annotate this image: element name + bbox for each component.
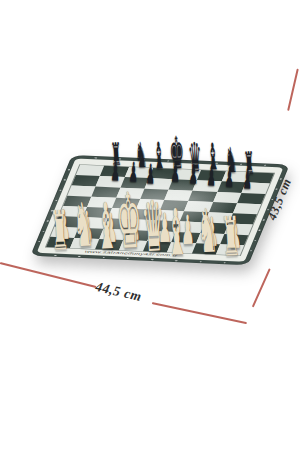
- width-dimension-line-left: [0, 262, 96, 287]
- board-coordinate-mark: [167, 160, 170, 161]
- height-dimension-line-top: [288, 69, 299, 111]
- board-coordinate-mark: [42, 231, 45, 232]
- board-coordinate-mark: [223, 262, 226, 263]
- board-coordinate-mark: [215, 162, 218, 163]
- board-coordinate-mark: [249, 250, 252, 251]
- board-coordinate-mark: [63, 179, 66, 180]
- board-coordinate-mark: [240, 164, 243, 165]
- board-coordinate-mark: [126, 258, 129, 259]
- board-coordinate-mark: [258, 230, 261, 231]
- board-coordinate-mark: [254, 240, 257, 241]
- board-coordinate-mark: [151, 259, 154, 260]
- board-coordinate-mark: [143, 159, 146, 160]
- board-grid: [46, 165, 274, 256]
- chess-board: www.satrancdunyasi.com.tr: [30, 155, 290, 265]
- board-coordinate-mark: [199, 261, 202, 262]
- width-dimension-line-right: [152, 302, 247, 324]
- board-coordinate-mark: [67, 169, 70, 170]
- board-coordinate-mark: [102, 257, 105, 258]
- height-dimension-line-bottom: [252, 268, 271, 307]
- board-coordinate-mark: [59, 190, 62, 191]
- board-coordinate-mark: [46, 220, 49, 221]
- board-coordinate-mark: [78, 256, 81, 257]
- board-coordinate-mark: [94, 157, 97, 158]
- board-square: [216, 244, 244, 255]
- product-photo: www.satrancdunyasi.com.tr ♜♞♝♚♛♝♞♜♟♟♟♟♟♟…: [0, 0, 300, 450]
- board-coordinate-mark: [191, 161, 194, 162]
- board-coordinate-mark: [54, 255, 57, 256]
- width-dimension-label: 44,5 cm: [94, 279, 143, 305]
- board-mat: www.satrancdunyasi.com.tr: [30, 155, 290, 265]
- board-coordinate-mark: [175, 260, 178, 261]
- board-coordinate-mark: [118, 158, 121, 159]
- board-coordinate-mark: [50, 210, 53, 211]
- board-coordinate-mark: [264, 165, 267, 166]
- board-coordinate-mark: [262, 219, 265, 220]
